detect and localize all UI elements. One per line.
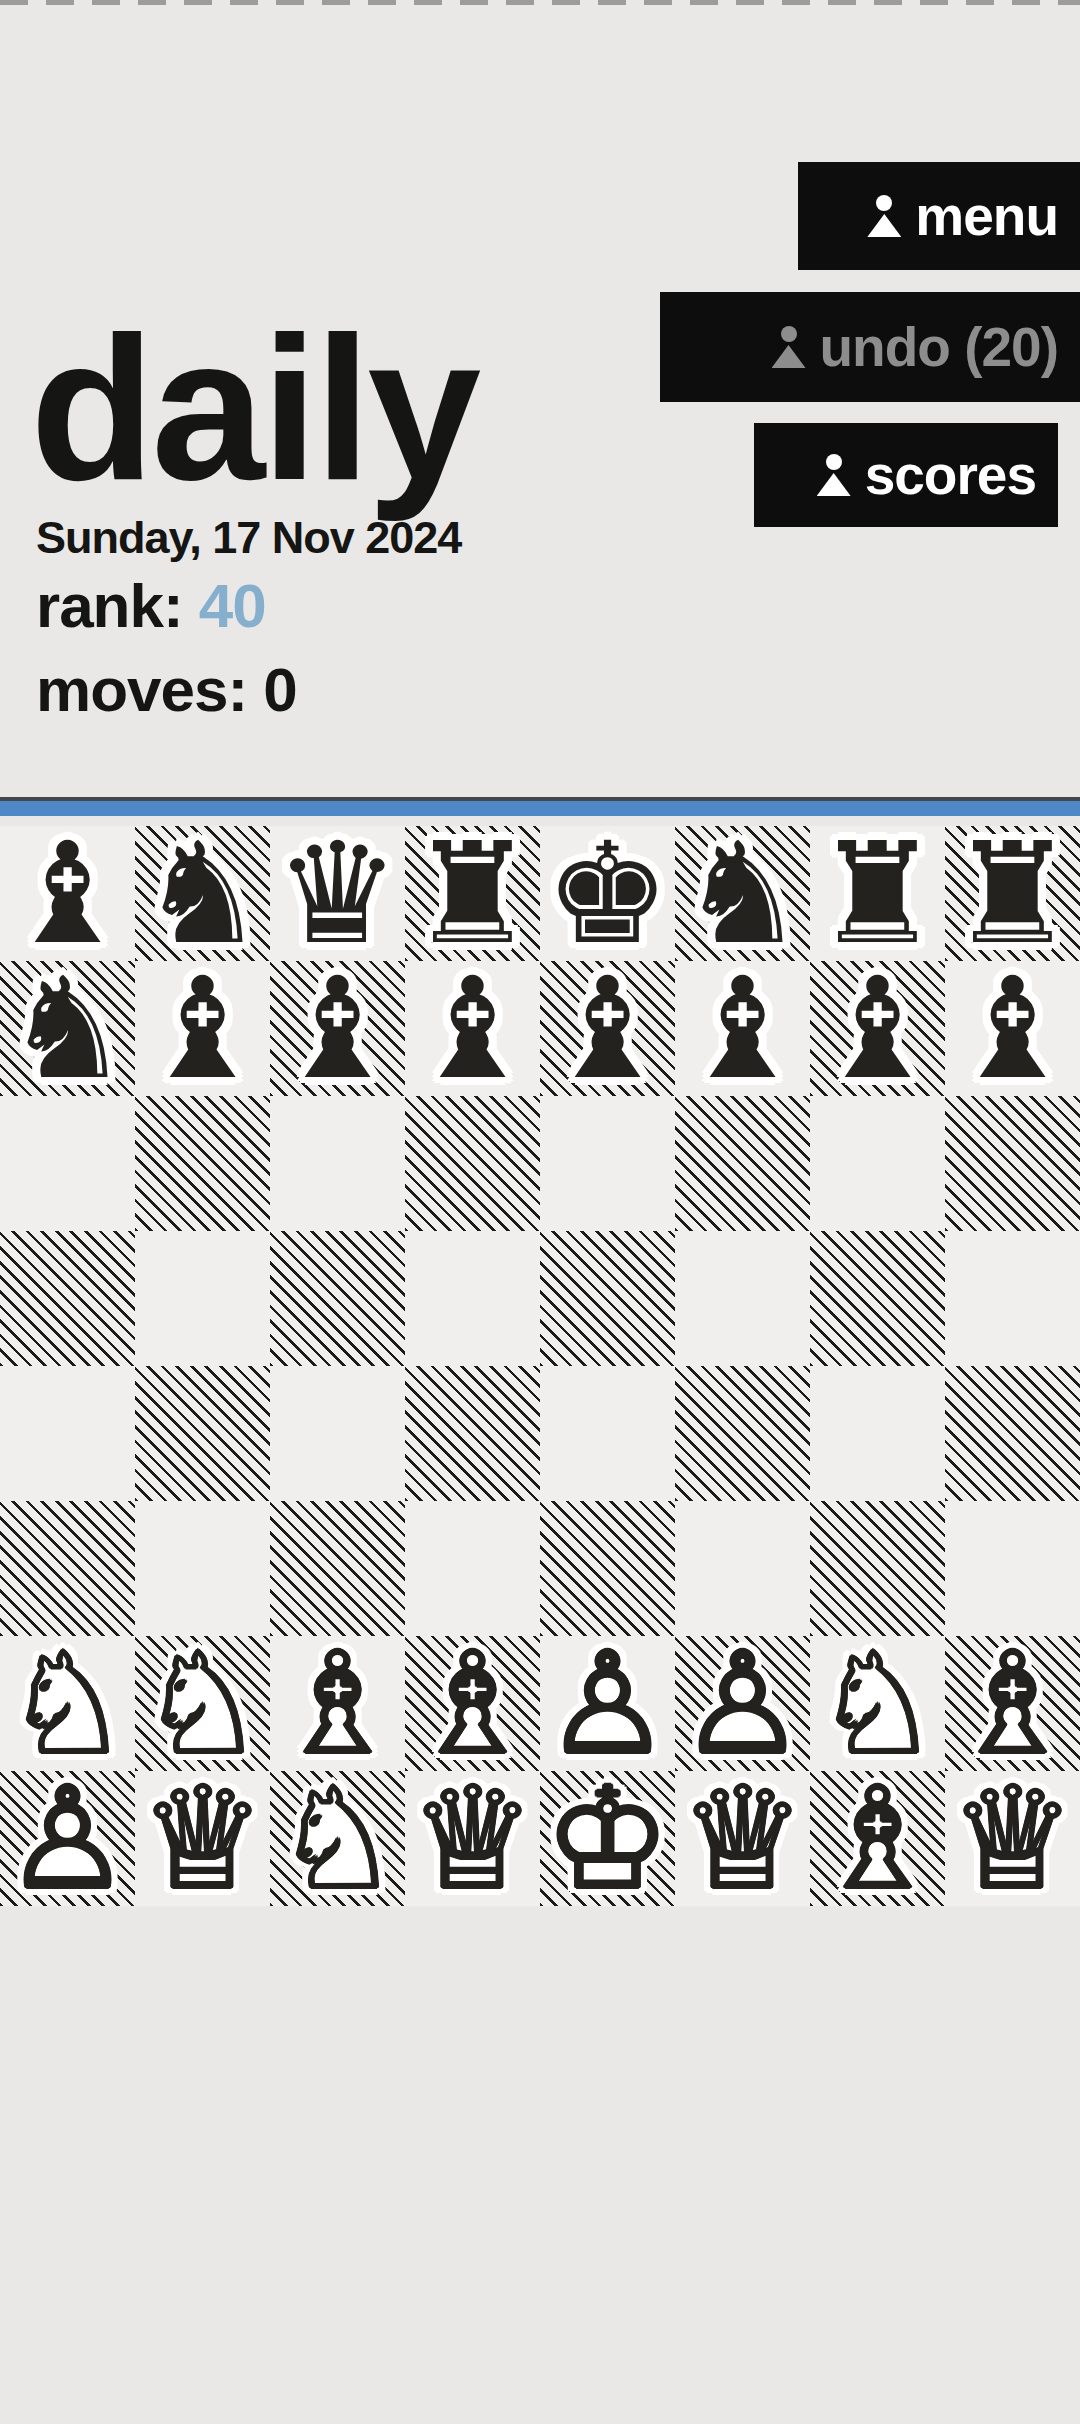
piece-black-knight[interactable]: ♞ — [0, 961, 135, 1096]
square-e2[interactable]: ♟♙ — [540, 1636, 675, 1771]
piece-black-bishop[interactable]: ♝ — [405, 961, 540, 1096]
app-screen: menu undo (20) scores daily Sunday, 17 N… — [0, 0, 1080, 2424]
square-e7[interactable]: ♝ — [540, 961, 675, 1096]
square-c8[interactable]: ♛ — [270, 826, 405, 961]
piece-black-knight[interactable]: ♞ — [135, 826, 270, 961]
square-b5[interactable] — [135, 1231, 270, 1366]
piece-white-knight[interactable]: ♞♘ — [810, 1636, 945, 1771]
square-b8[interactable]: ♞ — [135, 826, 270, 961]
square-c2[interactable]: ♝♗ — [270, 1636, 405, 1771]
black-piece-glyph: ♜ — [810, 826, 945, 961]
rank-value: 40 — [199, 571, 266, 640]
menu-button[interactable]: menu — [798, 162, 1080, 270]
piece-white-pawn[interactable]: ♟♙ — [540, 1636, 675, 1771]
moves-line: moves: 0 — [36, 654, 297, 725]
square-b3[interactable] — [135, 1501, 270, 1636]
square-d7[interactable]: ♝ — [405, 961, 540, 1096]
square-e3[interactable] — [540, 1501, 675, 1636]
square-a8[interactable]: ♝ — [0, 826, 135, 961]
black-piece-glyph: ♝ — [0, 826, 135, 961]
header-button-stack: menu undo (20) scores — [660, 162, 1080, 527]
person-pawn-icon — [867, 195, 901, 237]
piece-white-queen[interactable]: ♛♕ — [135, 1771, 270, 1906]
black-piece-glyph: ♛ — [270, 826, 405, 961]
white-piece-outline: ♔ — [540, 1771, 675, 1906]
white-piece-outline: ♘ — [270, 1771, 405, 1906]
piece-white-queen[interactable]: ♛♕ — [675, 1771, 810, 1906]
square-a6[interactable] — [0, 1096, 135, 1231]
undo-button-label: undo (20) — [820, 315, 1058, 379]
black-piece-glyph: ♜ — [945, 826, 1080, 961]
white-piece-outline: ♕ — [675, 1771, 810, 1906]
piece-white-pawn[interactable]: ♟♙ — [0, 1771, 135, 1906]
piece-white-queen[interactable]: ♛♕ — [405, 1771, 540, 1906]
square-f1[interactable]: ♛♕ — [675, 1771, 810, 1906]
square-h5[interactable] — [945, 1231, 1080, 1366]
white-piece-outline: ♗ — [810, 1771, 945, 1906]
piece-white-knight[interactable]: ♞♘ — [270, 1771, 405, 1906]
white-piece-outline: ♕ — [405, 1771, 540, 1906]
undo-button[interactable]: undo (20) — [660, 292, 1080, 402]
square-e5[interactable] — [540, 1231, 675, 1366]
menu-button-label: menu — [915, 184, 1058, 248]
rank-line: rank: 40 — [36, 570, 266, 641]
square-h8[interactable]: ♜ — [945, 826, 1080, 961]
square-d4[interactable] — [405, 1366, 540, 1501]
white-piece-outline: ♘ — [810, 1636, 945, 1771]
square-c1[interactable]: ♞♘ — [270, 1771, 405, 1906]
black-piece-glyph: ♝ — [945, 961, 1080, 1096]
black-piece-glyph: ♝ — [810, 961, 945, 1096]
square-h2[interactable]: ♝♗ — [945, 1636, 1080, 1771]
white-piece-outline: ♗ — [270, 1636, 405, 1771]
square-h7[interactable]: ♝ — [945, 961, 1080, 1096]
square-g3[interactable] — [810, 1501, 945, 1636]
piece-white-bishop[interactable]: ♝♗ — [810, 1771, 945, 1906]
piece-black-bishop[interactable]: ♝ — [810, 961, 945, 1096]
black-piece-glyph: ♞ — [675, 826, 810, 961]
square-f8[interactable]: ♞ — [675, 826, 810, 961]
square-a1[interactable]: ♟♙ — [0, 1771, 135, 1906]
white-piece-outline: ♘ — [135, 1636, 270, 1771]
square-c4[interactable] — [270, 1366, 405, 1501]
black-piece-glyph: ♝ — [540, 961, 675, 1096]
square-f5[interactable] — [675, 1231, 810, 1366]
square-c3[interactable] — [270, 1501, 405, 1636]
square-d8[interactable]: ♜ — [405, 826, 540, 961]
scores-button[interactable]: scores — [754, 423, 1058, 527]
page-title: daily — [30, 305, 477, 510]
board: ♝♞♛♜♚♞♜♜♞♝♝♝♝♝♝♝♞♘♞♘♝♗♝♗♟♙♟♙♞♘♝♗♟♙♛♕♞♘♛♕… — [0, 826, 1080, 1906]
clipped-status-strip — [0, 0, 1080, 5]
square-a4[interactable] — [0, 1366, 135, 1501]
piece-white-bishop[interactable]: ♝♗ — [945, 1636, 1080, 1771]
square-c6[interactable] — [270, 1096, 405, 1231]
square-d1[interactable]: ♛♕ — [405, 1771, 540, 1906]
square-h4[interactable] — [945, 1366, 1080, 1501]
square-e1[interactable]: ♚♔ — [540, 1771, 675, 1906]
white-piece-outline: ♙ — [0, 1771, 135, 1906]
white-piece-outline: ♙ — [675, 1636, 810, 1771]
black-piece-glyph: ♜ — [405, 826, 540, 961]
piece-white-bishop[interactable]: ♝♗ — [405, 1636, 540, 1771]
square-b4[interactable] — [135, 1366, 270, 1501]
square-a3[interactable] — [0, 1501, 135, 1636]
white-piece-outline: ♗ — [945, 1636, 1080, 1771]
piece-black-rook[interactable]: ♜ — [810, 826, 945, 961]
piece-black-bishop[interactable]: ♝ — [135, 961, 270, 1096]
black-piece-glyph: ♞ — [0, 961, 135, 1096]
piece-white-bishop[interactable]: ♝♗ — [270, 1636, 405, 1771]
piece-black-bishop[interactable]: ♝ — [0, 826, 135, 961]
square-e8[interactable]: ♚ — [540, 826, 675, 961]
square-g4[interactable] — [810, 1366, 945, 1501]
piece-white-knight[interactable]: ♞♘ — [0, 1636, 135, 1771]
piece-black-king[interactable]: ♚ — [540, 826, 675, 961]
piece-black-queen[interactable]: ♛ — [270, 826, 405, 961]
square-f2[interactable]: ♟♙ — [675, 1636, 810, 1771]
piece-white-pawn[interactable]: ♟♙ — [675, 1636, 810, 1771]
white-piece-outline: ♘ — [0, 1636, 135, 1771]
square-d6[interactable] — [405, 1096, 540, 1231]
white-piece-outline: ♕ — [945, 1771, 1080, 1906]
square-g7[interactable]: ♝ — [810, 961, 945, 1096]
moves-label: moves: — [36, 655, 247, 724]
piece-black-rook[interactable]: ♜ — [945, 826, 1080, 961]
black-piece-glyph: ♝ — [405, 961, 540, 1096]
piece-black-knight[interactable]: ♞ — [675, 826, 810, 961]
white-piece-outline: ♕ — [135, 1771, 270, 1906]
square-e6[interactable] — [540, 1096, 675, 1231]
piece-black-rook[interactable]: ♜ — [405, 826, 540, 961]
black-piece-glyph: ♝ — [270, 961, 405, 1096]
square-b2[interactable]: ♞♘ — [135, 1636, 270, 1771]
piece-white-queen[interactable]: ♛♕ — [945, 1771, 1080, 1906]
black-piece-glyph: ♝ — [675, 961, 810, 1096]
square-d3[interactable] — [405, 1501, 540, 1636]
square-f3[interactable] — [675, 1501, 810, 1636]
square-g5[interactable] — [810, 1231, 945, 1366]
piece-white-king[interactable]: ♚♔ — [540, 1771, 675, 1906]
square-d5[interactable] — [405, 1231, 540, 1366]
puzzle-date: Sunday, 17 Nov 2024 — [36, 512, 461, 564]
piece-black-bishop[interactable]: ♝ — [675, 961, 810, 1096]
scores-button-label: scores — [865, 443, 1036, 507]
square-a5[interactable] — [0, 1231, 135, 1366]
person-pawn-icon — [772, 326, 806, 368]
moves-value: 0 — [263, 655, 296, 724]
rank-label: rank: — [36, 571, 183, 640]
square-e4[interactable] — [540, 1366, 675, 1501]
square-a2[interactable]: ♞♘ — [0, 1636, 135, 1771]
square-d2[interactable]: ♝♗ — [405, 1636, 540, 1771]
piece-white-knight[interactable]: ♞♘ — [135, 1636, 270, 1771]
piece-black-bishop[interactable]: ♝ — [540, 961, 675, 1096]
person-pawn-icon — [817, 454, 851, 496]
square-g1[interactable]: ♝♗ — [810, 1771, 945, 1906]
square-c7[interactable]: ♝ — [270, 961, 405, 1096]
black-piece-glyph: ♞ — [135, 826, 270, 961]
square-f6[interactable] — [675, 1096, 810, 1231]
black-piece-glyph: ♚ — [540, 826, 675, 961]
square-g6[interactable] — [810, 1096, 945, 1231]
square-h1[interactable]: ♛♕ — [945, 1771, 1080, 1906]
piece-black-bishop[interactable]: ♝ — [270, 961, 405, 1096]
square-f4[interactable] — [675, 1366, 810, 1501]
square-f7[interactable]: ♝ — [675, 961, 810, 1096]
square-g2[interactable]: ♞♘ — [810, 1636, 945, 1771]
square-b7[interactable]: ♝ — [135, 961, 270, 1096]
square-h6[interactable] — [945, 1096, 1080, 1231]
black-piece-glyph: ♝ — [135, 961, 270, 1096]
square-h3[interactable] — [945, 1501, 1080, 1636]
square-b1[interactable]: ♛♕ — [135, 1771, 270, 1906]
square-b6[interactable] — [135, 1096, 270, 1231]
white-piece-outline: ♙ — [540, 1636, 675, 1771]
square-a7[interactable]: ♞ — [0, 961, 135, 1096]
square-c5[interactable] — [270, 1231, 405, 1366]
piece-black-bishop[interactable]: ♝ — [945, 961, 1080, 1096]
white-piece-outline: ♗ — [405, 1636, 540, 1771]
square-g8[interactable]: ♜ — [810, 826, 945, 961]
